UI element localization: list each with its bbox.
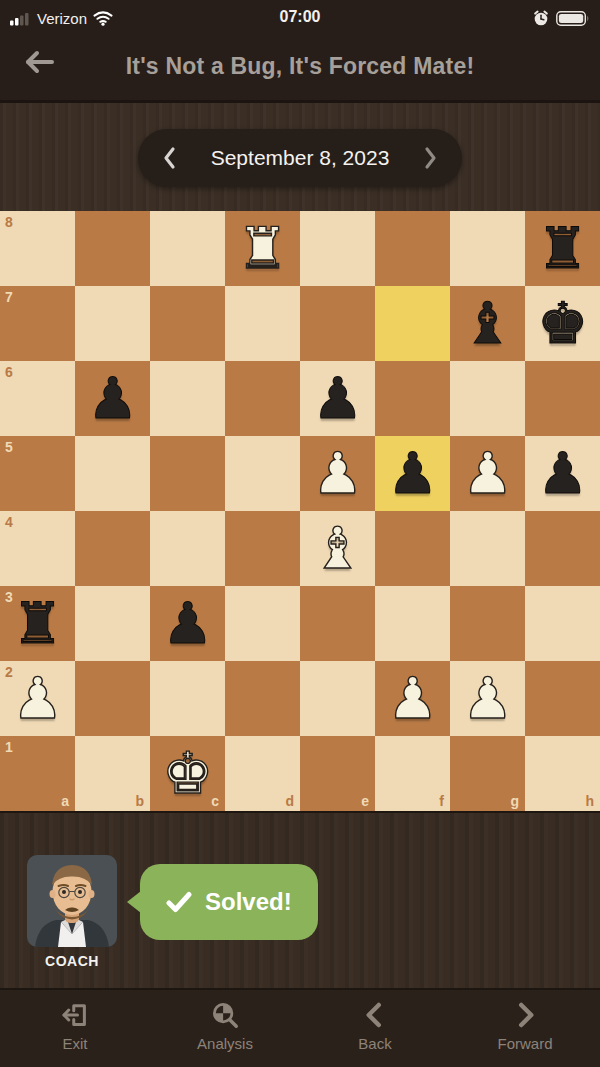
square-c2[interactable] [150, 661, 225, 736]
coach-avatar-illustration [27, 855, 117, 947]
chevron-right-icon [423, 146, 438, 170]
square-c3[interactable]: ♟ [150, 586, 225, 661]
rank-label-5: 5 [5, 439, 13, 455]
rank-label-7: 7 [5, 289, 13, 305]
coach-section: COACH Solved! [0, 811, 600, 988]
carrier-label: Verizon [37, 10, 87, 27]
square-h3[interactable] [525, 586, 600, 661]
square-b4[interactable] [75, 511, 150, 586]
file-label-d: d [285, 793, 294, 809]
solved-bubble: Solved! [140, 864, 318, 940]
square-e6[interactable]: ♟ [300, 361, 375, 436]
piece-white-pawn[interactable]: ♟ [462, 661, 513, 736]
analysis-button[interactable]: Analysis [150, 990, 300, 1067]
square-f6[interactable] [375, 361, 450, 436]
square-d2[interactable] [225, 661, 300, 736]
square-e5[interactable]: ♟ [300, 436, 375, 511]
piece-white-pawn[interactable]: ♟ [387, 661, 438, 736]
piece-black-rook[interactable]: ♜ [537, 211, 588, 286]
square-b5[interactable] [75, 436, 150, 511]
move-back-button[interactable]: Back [300, 990, 450, 1067]
square-b8[interactable] [75, 211, 150, 286]
header: It's Not a Bug, It's Forced Mate! [0, 32, 600, 100]
square-f5[interactable]: ♟ [375, 436, 450, 511]
piece-white-pawn[interactable]: ♟ [462, 436, 513, 511]
square-h2[interactable] [525, 661, 600, 736]
square-b7[interactable] [75, 286, 150, 361]
square-f8[interactable] [375, 211, 450, 286]
file-label-c: c [211, 793, 219, 809]
square-f3[interactable] [375, 586, 450, 661]
square-c1[interactable]: c♚ [150, 736, 225, 811]
file-label-h: h [585, 793, 594, 809]
square-d3[interactable] [225, 586, 300, 661]
piece-black-rook[interactable]: ♜ [12, 586, 63, 661]
next-date-button[interactable] [423, 146, 438, 170]
coach-avatar [27, 855, 117, 947]
square-a4[interactable]: 4 [0, 511, 75, 586]
battery-icon [556, 11, 590, 26]
analysis-icon [209, 1000, 241, 1030]
square-h6[interactable] [525, 361, 600, 436]
piece-white-king[interactable]: ♚ [162, 736, 213, 811]
file-label-b: b [135, 793, 144, 809]
square-e3[interactable] [300, 586, 375, 661]
square-e8[interactable] [300, 211, 375, 286]
square-d1[interactable]: d [225, 736, 300, 811]
analysis-label: Analysis [197, 1035, 253, 1052]
square-a7[interactable]: 7 [0, 286, 75, 361]
piece-black-pawn[interactable]: ♟ [312, 361, 363, 436]
move-forward-button[interactable]: Forward [450, 990, 600, 1067]
date-pill: September 8, 2023 [138, 129, 462, 187]
cell-signal-icon [10, 11, 31, 26]
piece-white-pawn[interactable]: ♟ [312, 436, 363, 511]
rank-label-2: 2 [5, 664, 13, 680]
rank-label-6: 6 [5, 364, 13, 380]
square-d7[interactable] [225, 286, 300, 361]
piece-white-rook[interactable]: ♜ [237, 211, 288, 286]
square-g2[interactable]: ♟ [450, 661, 525, 736]
status-bar: Verizon 07:00 [0, 0, 600, 32]
bottom-toolbar: Exit Analysis Back Forward [0, 988, 600, 1067]
prev-date-button[interactable] [162, 146, 177, 170]
square-b1[interactable]: b [75, 736, 150, 811]
square-f4[interactable] [375, 511, 450, 586]
file-label-g: g [510, 793, 519, 809]
square-b6[interactable]: ♟ [75, 361, 150, 436]
square-g3[interactable] [450, 586, 525, 661]
square-g5[interactable]: ♟ [450, 436, 525, 511]
square-e7[interactable] [300, 286, 375, 361]
square-c4[interactable] [150, 511, 225, 586]
square-d8[interactable]: ♜ [225, 211, 300, 286]
square-g8[interactable] [450, 211, 525, 286]
file-label-a: a [61, 793, 69, 809]
wifi-icon [93, 11, 113, 26]
file-label-f: f [439, 793, 444, 809]
square-f1[interactable]: f [375, 736, 450, 811]
square-h5[interactable]: ♟ [525, 436, 600, 511]
square-b2[interactable] [75, 661, 150, 736]
square-c6[interactable] [150, 361, 225, 436]
square-e1[interactable]: e [300, 736, 375, 811]
square-g1[interactable]: g [450, 736, 525, 811]
rank-label-1: 1 [5, 739, 13, 755]
solved-text: Solved! [205, 888, 292, 916]
square-e2[interactable] [300, 661, 375, 736]
piece-black-pawn[interactable]: ♟ [387, 436, 438, 511]
chevron-left-icon [162, 146, 177, 170]
square-a6[interactable]: 6 [0, 361, 75, 436]
back-chevron-icon [359, 1000, 391, 1030]
piece-black-pawn[interactable]: ♟ [537, 436, 588, 511]
exit-button[interactable]: Exit [0, 990, 150, 1067]
page-title: It's Not a Bug, It's Forced Mate! [126, 53, 475, 80]
back-arrow-icon [22, 48, 56, 76]
rank-label-4: 4 [5, 514, 13, 530]
piece-black-pawn[interactable]: ♟ [162, 586, 213, 661]
piece-black-pawn[interactable]: ♟ [87, 361, 138, 436]
square-a8[interactable]: 8 [0, 211, 75, 286]
piece-white-bishop[interactable]: ♝ [312, 511, 363, 586]
move-back-label: Back [358, 1035, 391, 1052]
square-a1[interactable]: 1a [0, 736, 75, 811]
square-g6[interactable] [450, 361, 525, 436]
screen: Verizon 07:00 [0, 0, 600, 1067]
square-d4[interactable] [225, 511, 300, 586]
square-h4[interactable] [525, 511, 600, 586]
square-d5[interactable] [225, 436, 300, 511]
chess-board[interactable]: 8♜♜7♝♚6♟♟5♟♟♟♟4♝3♜♟2♟♟♟1abc♚defgh [0, 211, 600, 811]
square-c8[interactable] [150, 211, 225, 286]
square-c7[interactable] [150, 286, 225, 361]
square-g4[interactable] [450, 511, 525, 586]
square-h1[interactable]: h [525, 736, 600, 811]
square-a5[interactable]: 5 [0, 436, 75, 511]
file-label-e: e [361, 793, 369, 809]
square-e4[interactable]: ♝ [300, 511, 375, 586]
coach-label: COACH [27, 953, 117, 969]
exit-label: Exit [62, 1035, 87, 1052]
check-icon [166, 891, 192, 913]
square-f2[interactable]: ♟ [375, 661, 450, 736]
date-nav-section: September 8, 2023 [0, 100, 600, 211]
square-a2[interactable]: 2♟ [0, 661, 75, 736]
square-h8[interactable]: ♜ [525, 211, 600, 286]
square-f7[interactable] [375, 286, 450, 361]
exit-icon [59, 1000, 91, 1030]
rank-label-3: 3 [5, 589, 13, 605]
square-c5[interactable] [150, 436, 225, 511]
square-g7[interactable]: ♝ [450, 286, 525, 361]
rank-label-8: 8 [5, 214, 13, 230]
forward-chevron-icon [509, 1000, 541, 1030]
piece-white-pawn[interactable]: ♟ [12, 661, 63, 736]
piece-black-bishop[interactable]: ♝ [462, 286, 513, 361]
square-b3[interactable] [75, 586, 150, 661]
back-button[interactable] [22, 48, 56, 79]
date-label: September 8, 2023 [211, 146, 390, 170]
square-h7[interactable]: ♚ [525, 286, 600, 361]
square-d6[interactable] [225, 361, 300, 436]
piece-black-king[interactable]: ♚ [537, 286, 588, 361]
square-a3[interactable]: 3♜ [0, 586, 75, 661]
move-forward-label: Forward [497, 1035, 552, 1052]
alarm-icon [532, 10, 550, 27]
